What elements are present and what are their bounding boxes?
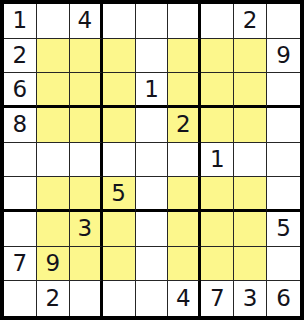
- cell-r8c2[interactable]: 9: [37, 247, 70, 282]
- cell-r2c7[interactable]: [201, 39, 234, 74]
- cell-r1c9[interactable]: [267, 4, 300, 39]
- cell-r7c7[interactable]: [201, 212, 234, 247]
- cell-r6c2[interactable]: [37, 177, 70, 212]
- cell-r6c4[interactable]: 5: [103, 177, 136, 212]
- cell-r4c6[interactable]: 2: [168, 108, 201, 143]
- cell-r2c6[interactable]: [168, 39, 201, 74]
- cell-r2c4[interactable]: [103, 39, 136, 74]
- cell-r8c9[interactable]: [267, 247, 300, 282]
- cell-r9c7[interactable]: 7: [201, 281, 234, 316]
- cell-r1c6[interactable]: [168, 4, 201, 39]
- cell-r5c7[interactable]: 1: [201, 143, 234, 178]
- cell-r6c1[interactable]: [4, 177, 37, 212]
- cell-r8c6[interactable]: [168, 247, 201, 282]
- cell-r7c5[interactable]: [136, 212, 169, 247]
- cell-r9c9[interactable]: 6: [267, 281, 300, 316]
- cell-r1c7[interactable]: [201, 4, 234, 39]
- cell-r2c9[interactable]: 9: [267, 39, 300, 74]
- cell-r4c7[interactable]: [201, 108, 234, 143]
- sudoku-board: 14229618215357924736: [0, 0, 304, 320]
- cell-r5c6[interactable]: [168, 143, 201, 178]
- cell-r5c9[interactable]: [267, 143, 300, 178]
- cell-r3c7[interactable]: [201, 73, 234, 108]
- cell-r8c4[interactable]: [103, 247, 136, 282]
- cell-r4c3[interactable]: [70, 108, 103, 143]
- cell-r1c8[interactable]: 2: [234, 4, 267, 39]
- cell-r6c9[interactable]: [267, 177, 300, 212]
- cell-r6c7[interactable]: [201, 177, 234, 212]
- cell-r4c1[interactable]: 8: [4, 108, 37, 143]
- cell-r7c6[interactable]: [168, 212, 201, 247]
- cell-r5c8[interactable]: [234, 143, 267, 178]
- cell-r2c5[interactable]: [136, 39, 169, 74]
- cell-r9c8[interactable]: 3: [234, 281, 267, 316]
- cell-r2c1[interactable]: 2: [4, 39, 37, 74]
- cell-r5c2[interactable]: [37, 143, 70, 178]
- cell-r3c5[interactable]: 1: [136, 73, 169, 108]
- cell-r4c8[interactable]: [234, 108, 267, 143]
- cell-r1c3[interactable]: 4: [70, 4, 103, 39]
- cell-r8c8[interactable]: [234, 247, 267, 282]
- cell-r9c5[interactable]: [136, 281, 169, 316]
- cell-r5c1[interactable]: [4, 143, 37, 178]
- cell-r8c1[interactable]: 7: [4, 247, 37, 282]
- cell-r9c1[interactable]: [4, 281, 37, 316]
- cell-r7c2[interactable]: [37, 212, 70, 247]
- cell-r1c5[interactable]: [136, 4, 169, 39]
- cell-r7c3[interactable]: 3: [70, 212, 103, 247]
- cell-r3c6[interactable]: [168, 73, 201, 108]
- cell-r1c1[interactable]: 1: [4, 4, 37, 39]
- cell-r2c2[interactable]: [37, 39, 70, 74]
- cell-r3c8[interactable]: [234, 73, 267, 108]
- cell-r6c3[interactable]: [70, 177, 103, 212]
- cell-r8c7[interactable]: [201, 247, 234, 282]
- cell-r2c3[interactable]: [70, 39, 103, 74]
- cell-r4c4[interactable]: [103, 108, 136, 143]
- cell-r5c5[interactable]: [136, 143, 169, 178]
- cell-r4c5[interactable]: [136, 108, 169, 143]
- cell-r6c6[interactable]: [168, 177, 201, 212]
- cell-r4c2[interactable]: [37, 108, 70, 143]
- cell-r6c8[interactable]: [234, 177, 267, 212]
- cell-r5c3[interactable]: [70, 143, 103, 178]
- cell-r8c5[interactable]: [136, 247, 169, 282]
- cell-r7c4[interactable]: [103, 212, 136, 247]
- cell-r1c4[interactable]: [103, 4, 136, 39]
- cell-r5c4[interactable]: [103, 143, 136, 178]
- cell-r9c6[interactable]: 4: [168, 281, 201, 316]
- cell-r4c9[interactable]: [267, 108, 300, 143]
- cell-r7c9[interactable]: 5: [267, 212, 300, 247]
- cell-r9c4[interactable]: [103, 281, 136, 316]
- cell-r7c8[interactable]: [234, 212, 267, 247]
- cell-r1c2[interactable]: [37, 4, 70, 39]
- cell-r3c4[interactable]: [103, 73, 136, 108]
- cell-r3c3[interactable]: [70, 73, 103, 108]
- cell-r2c8[interactable]: [234, 39, 267, 74]
- cell-r6c5[interactable]: [136, 177, 169, 212]
- cell-r9c2[interactable]: 2: [37, 281, 70, 316]
- cell-r3c1[interactable]: 6: [4, 73, 37, 108]
- cell-r3c2[interactable]: [37, 73, 70, 108]
- cell-r8c3[interactable]: [70, 247, 103, 282]
- cell-r7c1[interactable]: [4, 212, 37, 247]
- cell-r3c9[interactable]: [267, 73, 300, 108]
- cell-r9c3[interactable]: [70, 281, 103, 316]
